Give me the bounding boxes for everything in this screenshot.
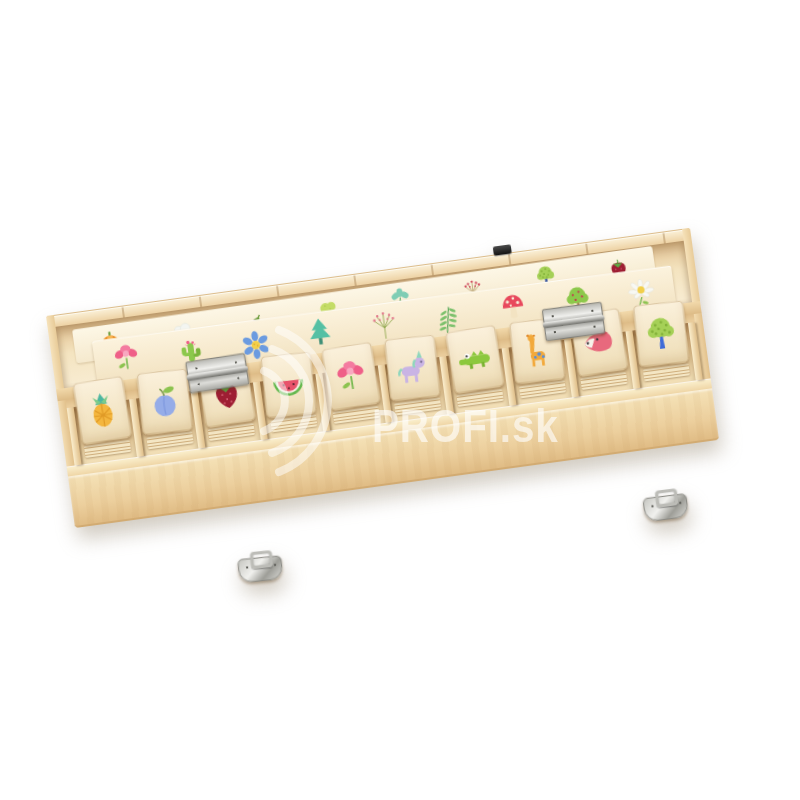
pine-tree-icon: [301, 314, 339, 352]
clasp-keeper: [250, 550, 273, 569]
tile-flower: [321, 342, 380, 411]
card-pink-flower: [108, 339, 146, 377]
tile-crocodile: [445, 325, 504, 394]
tile-pineapple: [72, 376, 131, 445]
compartment-watermelon: [260, 374, 323, 439]
compartment-flower: [322, 365, 385, 430]
compartment-strawberry: [198, 383, 261, 448]
compartment-fox: [571, 331, 634, 396]
tree-icon: [639, 312, 683, 356]
clasp-right: [642, 493, 689, 522]
tile-tree: [633, 300, 689, 367]
tile-watermelon: [260, 351, 316, 418]
compartment-unicorn: [384, 357, 447, 422]
compartment-giraffe: [508, 340, 571, 405]
compartment-plum: [136, 391, 199, 456]
flower-icon: [328, 353, 374, 399]
compartment-pineapple: [74, 400, 137, 465]
wooden-box: [46, 228, 719, 526]
clasp-left: [237, 555, 283, 583]
watermelon-icon: [267, 363, 311, 407]
tile-plum: [136, 368, 192, 435]
card-pine-tree: [301, 314, 339, 352]
unicorn-icon: [391, 346, 435, 390]
clasp-keeper: [655, 488, 679, 507]
tile-unicorn: [385, 334, 441, 401]
crocodile-icon: [452, 336, 498, 382]
compartment-tree: [633, 323, 696, 388]
pineapple-icon: [79, 387, 125, 433]
compartment-crocodile: [446, 348, 509, 413]
product-photo-scene: PROFI.sk: [0, 0, 800, 800]
pink-flower-icon: [108, 339, 146, 377]
plum-icon: [142, 380, 186, 424]
